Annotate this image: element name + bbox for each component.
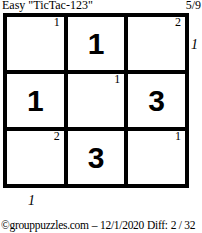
cell-value-r2c1: 1 bbox=[7, 74, 64, 127]
footer-separator: – bbox=[92, 219, 97, 232]
difficulty-value: 2 / 32 bbox=[171, 219, 195, 232]
cell-value-r2c3: 3 bbox=[128, 74, 185, 127]
corner-clue-r1c3: 2 bbox=[175, 15, 181, 29]
puzzle-title: Easy "TicTac-123" bbox=[2, 0, 93, 12]
cell-r3c1[interactable]: 2 bbox=[5, 129, 66, 186]
difficulty-label: Diff: bbox=[147, 219, 168, 232]
outside-clue-right-row1: 1 bbox=[191, 38, 198, 52]
puzzle-counter: 5/9 bbox=[186, 0, 201, 12]
corner-clue-r1c1: 1 bbox=[54, 15, 60, 29]
corner-clue-r3c3: 1 bbox=[175, 129, 181, 143]
cell-value-r1c2: 1 bbox=[68, 17, 125, 70]
cell-r2c3[interactable]: 3 bbox=[126, 72, 187, 129]
corner-clue-r3c1: 2 bbox=[54, 129, 60, 143]
header: Easy "TicTac-123" 5/9 bbox=[2, 0, 201, 12]
cell-r2c2[interactable]: 1 bbox=[66, 72, 127, 129]
cell-r1c2[interactable]: 1 bbox=[66, 15, 127, 72]
footer: ©grouppuzzles.com – 12/1/2020 Diff: 2 / … bbox=[1, 219, 202, 232]
cell-r3c3[interactable]: 1 bbox=[126, 129, 187, 186]
copyright-site: ©grouppuzzles.com bbox=[1, 219, 89, 232]
cell-value-r3c2: 3 bbox=[68, 131, 125, 184]
tictac123-board: 1 1 2 1 1 3 2 3 bbox=[3, 13, 189, 188]
cell-r1c3[interactable]: 2 bbox=[126, 15, 187, 72]
cell-r1c1[interactable]: 1 bbox=[5, 15, 66, 72]
cell-r3c2[interactable]: 3 bbox=[66, 129, 127, 186]
outside-clue-bottom-col1: 1 bbox=[28, 194, 35, 208]
cell-r2c1[interactable]: 1 bbox=[5, 72, 66, 129]
corner-clue-r2c2: 1 bbox=[114, 72, 120, 86]
puzzle-date: 12/1/2020 bbox=[100, 219, 144, 232]
puzzle-page: Easy "TicTac-123" 5/9 1 1 2 1 1 3 2 bbox=[0, 0, 202, 233]
